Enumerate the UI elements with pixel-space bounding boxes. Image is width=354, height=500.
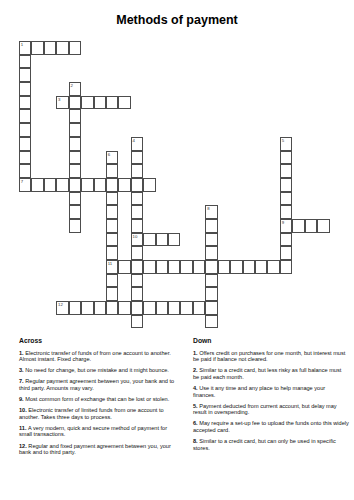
crossword-cell[interactable] <box>230 260 242 274</box>
cell-number: 8 <box>207 206 209 211</box>
crossword-cell[interactable] <box>69 219 81 233</box>
crossword-cell[interactable] <box>205 274 217 288</box>
crossword-cell[interactable] <box>69 205 81 219</box>
clue-item: 8. Similar to a credit card, but can onl… <box>193 438 349 451</box>
cell-number: 9 <box>282 220 284 225</box>
crossword-cell[interactable] <box>131 205 143 219</box>
crossword-cell[interactable] <box>56 41 68 55</box>
crossword-cell[interactable]: 4 <box>131 137 143 151</box>
crossword-cell[interactable] <box>267 260 279 274</box>
crossword-cell[interactable] <box>143 233 155 247</box>
cell-number: 4 <box>133 138 135 143</box>
crossword-cell[interactable] <box>106 219 118 233</box>
crossword-cell[interactable] <box>131 274 143 288</box>
crossword-cell[interactable] <box>205 287 217 301</box>
crossword-cell[interactable] <box>180 260 192 274</box>
crossword-cell[interactable]: 11 <box>106 260 118 274</box>
crossword-cell[interactable] <box>56 178 68 192</box>
clue-item: 5. Payment deducted from current account… <box>193 403 349 416</box>
crossword-cell[interactable] <box>106 205 118 219</box>
crossword-cell[interactable] <box>280 192 292 206</box>
clue-text: May require a set-up fee to upload the f… <box>193 420 349 433</box>
crossword-cell[interactable] <box>131 287 143 301</box>
cell-number: 6 <box>108 152 110 157</box>
crossword-cell[interactable] <box>69 41 81 55</box>
crossword-cell[interactable] <box>118 260 130 274</box>
clue-text: Use it any time and any place to help ma… <box>193 385 325 398</box>
crossword-grid: 123456789101112 <box>19 41 330 328</box>
crossword-cell[interactable] <box>94 178 106 192</box>
crossword-cell[interactable] <box>193 301 205 315</box>
crossword-cell[interactable] <box>44 41 56 55</box>
cell-number: 3 <box>58 97 60 102</box>
crossword-cell[interactable] <box>205 246 217 260</box>
crossword-cell[interactable] <box>205 260 217 274</box>
clue-item: 6. May require a set-up fee to upload th… <box>193 420 349 433</box>
crossword-cell[interactable] <box>19 55 31 69</box>
clue-item: 10. Electronic transfer of limited funds… <box>19 407 179 420</box>
crossword-cell[interactable]: 5 <box>280 137 292 151</box>
crossword-cell[interactable] <box>131 178 143 192</box>
clue-item: 3. No need for change, but one mistake a… <box>19 367 179 374</box>
clue-text: Regular payment agreement between you, y… <box>19 378 174 391</box>
crossword-cell[interactable]: 9 <box>280 219 292 233</box>
crossword-cell[interactable] <box>280 178 292 192</box>
clue-item: 9. Most common form of exchange that can… <box>19 396 179 403</box>
cell-number: 12 <box>58 302 63 307</box>
clue-item: 12. Regular and fixed payment agreement … <box>19 443 179 456</box>
crossword-cell[interactable] <box>69 164 81 178</box>
crossword-cell[interactable] <box>81 178 93 192</box>
crossword-cell[interactable]: 10 <box>131 233 143 247</box>
cell-number: 2 <box>70 83 72 88</box>
crossword-cell[interactable] <box>243 260 255 274</box>
crossword-cell[interactable] <box>305 219 317 233</box>
crossword-cell[interactable] <box>168 260 180 274</box>
clue-text: No need for change, but one mistake and … <box>25 367 169 373</box>
crossword-cell[interactable] <box>106 96 118 110</box>
crossword-cell[interactable]: 7 <box>19 178 31 192</box>
crossword-cell[interactable] <box>69 137 81 151</box>
crossword-cell[interactable] <box>69 301 81 315</box>
clue-text: Regular and fixed payment agreement betw… <box>19 443 171 456</box>
crossword-cell[interactable] <box>131 301 143 315</box>
crossword-cell[interactable] <box>19 96 31 110</box>
crossword-cell[interactable] <box>106 274 118 288</box>
clue-text: Electronic transfer of limited funds fro… <box>19 407 164 420</box>
crossword-cell[interactable] <box>106 192 118 206</box>
crossword-cell[interactable] <box>44 178 56 192</box>
down-clues-section: Down 1. Offers credit on purchases for o… <box>193 338 349 456</box>
crossword-cell[interactable] <box>205 219 217 233</box>
clue-text: Offers credit on purchases for one month… <box>193 350 345 363</box>
clue-text: Similar to a credit card, but less risky… <box>193 367 341 380</box>
crossword-cell[interactable] <box>31 178 43 192</box>
clue-number: 10. <box>19 407 28 413</box>
clue-number: 12. <box>19 443 28 449</box>
crossword-cell[interactable] <box>69 123 81 137</box>
clue-item: 1. Offers credit on purchases for one mo… <box>193 350 349 363</box>
clue-item: 1. Electronic transfer of funds of from … <box>19 350 179 363</box>
crossword-cell[interactable] <box>168 233 180 247</box>
crossword-cell[interactable] <box>94 301 106 315</box>
crossword-cell[interactable]: 12 <box>56 301 68 315</box>
crossword-cell[interactable] <box>180 301 192 315</box>
clue-number: 11. <box>19 425 28 431</box>
crossword-cell[interactable] <box>218 260 230 274</box>
crossword-cell[interactable] <box>106 233 118 247</box>
crossword-cell[interactable] <box>143 301 155 315</box>
cell-number: 1 <box>21 42 23 47</box>
crossword-cell[interactable] <box>106 246 118 260</box>
crossword-cell[interactable] <box>205 315 217 329</box>
crossword-cell[interactable] <box>19 68 31 82</box>
crossword-cell[interactable] <box>69 96 81 110</box>
down-clue-list: 1. Offers credit on purchases for one mo… <box>193 350 349 452</box>
crossword-cell[interactable]: 2 <box>69 82 81 96</box>
crossword-cell[interactable] <box>156 301 168 315</box>
crossword-cell[interactable] <box>168 301 180 315</box>
down-heading: Down <box>193 338 349 345</box>
crossword-cell[interactable] <box>19 151 31 165</box>
crossword-cell[interactable] <box>19 164 31 178</box>
crossword-cell[interactable] <box>205 301 217 315</box>
clue-item: 7. Regular payment agreement between you… <box>19 378 179 391</box>
crossword-cell[interactable] <box>106 178 118 192</box>
crossword-cell[interactable] <box>292 219 304 233</box>
clue-text: Similar to a credit card, but can only b… <box>193 438 336 451</box>
crossword-cell[interactable] <box>118 96 130 110</box>
crossword-cell[interactable] <box>317 219 329 233</box>
crossword-cell[interactable]: 6 <box>106 151 118 165</box>
crossword-cell[interactable] <box>143 178 155 192</box>
crossword-cell[interactable] <box>118 178 130 192</box>
crossword-cell[interactable]: 1 <box>19 41 31 55</box>
crossword-cell[interactable] <box>19 123 31 137</box>
crossword-cell[interactable] <box>255 260 267 274</box>
crossword-cell[interactable]: 8 <box>205 205 217 219</box>
crossword-cell[interactable] <box>131 151 143 165</box>
clue-text: Payment deducted from current account, b… <box>193 403 337 416</box>
crossword-cell[interactable] <box>156 233 168 247</box>
clue-item: 2. Similar to a credit card, but less ri… <box>193 367 349 380</box>
crossword-cell[interactable] <box>69 109 81 123</box>
crossword-cell[interactable] <box>131 219 143 233</box>
clue-text: Electronic transfer of funds of from one… <box>19 350 171 363</box>
clue-text: A very modern, quick and secure method o… <box>19 425 167 438</box>
cell-number: 5 <box>282 138 284 143</box>
crossword-cell[interactable] <box>106 287 118 301</box>
crossword-cell[interactable] <box>69 151 81 165</box>
clue-text: Most common form of exchange that can be… <box>25 396 169 402</box>
crossword-cell[interactable] <box>69 178 81 192</box>
crossword-cell[interactable] <box>131 164 143 178</box>
crossword-cell[interactable] <box>19 82 31 96</box>
crossword-cell[interactable] <box>280 246 292 260</box>
crossword-cell[interactable] <box>280 233 292 247</box>
crossword-cell[interactable] <box>19 109 31 123</box>
crossword-cell[interactable] <box>131 246 143 260</box>
crossword-cell[interactable] <box>280 260 292 274</box>
crossword-cell[interactable] <box>156 260 168 274</box>
crossword-cell[interactable]: 3 <box>56 96 68 110</box>
crossword-cell[interactable] <box>205 233 217 247</box>
crossword-cell[interactable] <box>106 301 118 315</box>
crossword-cell[interactable] <box>31 41 43 55</box>
crossword-cell[interactable] <box>131 315 143 329</box>
crossword-cell[interactable] <box>131 260 143 274</box>
crossword-cell[interactable] <box>118 301 130 315</box>
cell-number: 11 <box>108 261 112 266</box>
clue-item: 11. A very modern, quick and secure meth… <box>19 425 179 438</box>
crossword-cell[interactable] <box>280 205 292 219</box>
page-title: Methods of payment <box>0 13 354 27</box>
crossword-cell[interactable] <box>193 260 205 274</box>
crossword-cell[interactable] <box>19 137 31 151</box>
across-clue-list: 1. Electronic transfer of funds of from … <box>19 350 179 456</box>
crossword-cell[interactable] <box>81 96 93 110</box>
crossword-cell[interactable] <box>280 164 292 178</box>
clue-item: 4. Use it any time and any place to help… <box>193 385 349 398</box>
across-heading: Across <box>19 338 179 345</box>
crossword-cell[interactable] <box>81 301 93 315</box>
crossword-cell[interactable] <box>94 96 106 110</box>
crossword-cell[interactable] <box>143 260 155 274</box>
crossword-cell[interactable] <box>106 164 118 178</box>
crossword-cell[interactable] <box>280 151 292 165</box>
crossword-cell[interactable] <box>131 192 143 206</box>
cell-number: 7 <box>21 179 23 184</box>
cell-number: 10 <box>133 234 138 239</box>
crossword-cell[interactable] <box>69 192 81 206</box>
across-clues-section: Across 1. Electronic transfer of funds o… <box>19 338 179 460</box>
